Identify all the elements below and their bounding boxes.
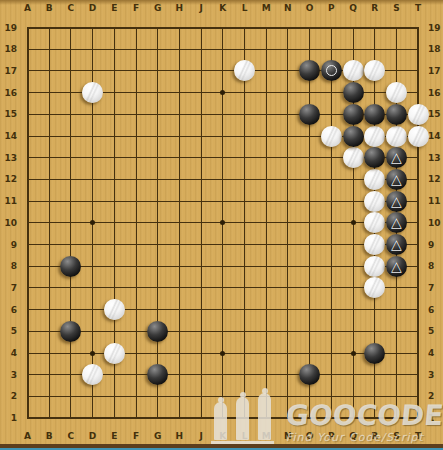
row-label: 7	[428, 282, 443, 294]
col-label: N	[280, 2, 296, 14]
row-label: 14	[2, 130, 17, 142]
row-label: 18	[2, 43, 17, 55]
col-label: H	[171, 430, 187, 442]
star-point	[220, 90, 225, 95]
white-stone-E4	[104, 343, 125, 364]
col-label: D	[85, 2, 101, 14]
black-stone-S8: △	[386, 256, 407, 277]
black-stone-S9: △	[386, 234, 407, 255]
row-label: 9	[2, 239, 17, 251]
col-label: M	[258, 430, 274, 442]
row-label: 17	[2, 65, 17, 77]
col-label: F	[128, 430, 144, 442]
grid-hline	[27, 331, 420, 332]
col-label: L	[237, 430, 253, 442]
white-stone-R9	[364, 234, 385, 255]
triangle-marker-icon: △	[391, 147, 402, 168]
row-label: 18	[428, 43, 443, 55]
col-label: Q	[345, 2, 361, 14]
col-label: K	[215, 430, 231, 442]
row-label: 3	[2, 369, 17, 381]
row-label: 8	[428, 260, 443, 272]
row-label: 13	[428, 152, 443, 164]
row-label: 17	[428, 65, 443, 77]
col-label: O	[302, 430, 318, 442]
white-stone-Q17	[343, 60, 364, 81]
black-stone-S12: △	[386, 169, 407, 190]
col-label: S	[388, 2, 404, 14]
row-label: 16	[428, 87, 443, 99]
triangle-marker-icon: △	[391, 256, 402, 277]
circle-marker-icon	[326, 65, 337, 76]
black-stone-G3	[147, 364, 168, 385]
star-point	[351, 351, 356, 356]
col-label: A	[20, 430, 36, 442]
row-label: 16	[2, 87, 17, 99]
row-label: 11	[2, 195, 17, 207]
col-label: N	[280, 430, 296, 442]
row-label: 9	[428, 239, 443, 251]
grid-hline	[27, 266, 420, 267]
col-label: T	[410, 2, 426, 14]
row-label: 12	[428, 173, 443, 185]
col-label: D	[85, 430, 101, 442]
col-label: B	[41, 430, 57, 442]
col-label: L	[237, 2, 253, 14]
col-label: K	[215, 2, 231, 14]
triangle-marker-icon: △	[391, 234, 402, 255]
black-stone-C5	[60, 321, 81, 342]
row-label: 12	[2, 173, 17, 185]
black-stone-Q14	[343, 126, 364, 147]
white-stone-S16	[386, 82, 407, 103]
white-stone-S14	[386, 126, 407, 147]
white-stone-R12	[364, 169, 385, 190]
row-label: 19	[2, 22, 17, 34]
black-stone-S11: △	[386, 191, 407, 212]
row-label: 4	[428, 347, 443, 359]
col-label: C	[63, 2, 79, 14]
col-label: B	[41, 2, 57, 14]
star-point	[90, 220, 95, 225]
row-label: 4	[2, 347, 17, 359]
grid-hline	[27, 396, 420, 397]
black-stone-Q15	[343, 104, 364, 125]
white-stone-R10	[364, 212, 385, 233]
white-stone-P14	[321, 126, 342, 147]
row-label: 6	[2, 304, 17, 316]
col-label: Q	[345, 430, 361, 442]
row-label: 1	[428, 412, 443, 424]
black-stone-S13: △	[386, 147, 407, 168]
row-label: 15	[428, 108, 443, 120]
col-label: J	[193, 430, 209, 442]
col-label: O	[302, 2, 318, 14]
row-label: 6	[428, 304, 443, 316]
black-stone-C8	[60, 256, 81, 277]
row-label: 13	[2, 152, 17, 164]
grid-vline	[244, 27, 245, 420]
star-point	[220, 220, 225, 225]
col-label: E	[106, 430, 122, 442]
black-stone-O17	[299, 60, 320, 81]
row-label: 2	[428, 390, 443, 402]
star-point	[351, 220, 356, 225]
black-stone-R4	[364, 343, 385, 364]
grid-hline	[27, 417, 420, 419]
grid-hline	[27, 309, 420, 310]
row-label: 14	[428, 130, 443, 142]
row-label: 15	[2, 108, 17, 120]
grid-hline	[27, 244, 420, 245]
star-point	[90, 351, 95, 356]
col-label: S	[388, 430, 404, 442]
col-label: C	[63, 430, 79, 442]
grid-vline	[309, 27, 310, 420]
white-stone-R14	[364, 126, 385, 147]
grid-hline	[27, 287, 420, 288]
white-stone-R17	[364, 60, 385, 81]
triangle-marker-icon: △	[391, 212, 402, 233]
col-label: T	[410, 430, 426, 442]
col-label: M	[258, 2, 274, 14]
white-stone-L17	[234, 60, 255, 81]
black-stone-R13	[364, 147, 385, 168]
row-label: 11	[428, 195, 443, 207]
triangle-marker-icon: △	[391, 169, 402, 190]
white-stone-R7	[364, 277, 385, 298]
triangle-marker-icon: △	[391, 191, 402, 212]
black-stone-G5	[147, 321, 168, 342]
black-stone-R15	[364, 104, 385, 125]
white-stone-D3	[82, 364, 103, 385]
white-stone-D16	[82, 82, 103, 103]
black-stone-P17	[321, 60, 342, 81]
grid-vline	[417, 27, 419, 420]
go-board-app: AABBCCDDEEFFGGHHJJKKLLMMNNOOPPQQRRSSTT19…	[0, 0, 443, 450]
col-label: H	[171, 2, 187, 14]
row-label: 2	[2, 390, 17, 402]
row-label: 5	[428, 325, 443, 337]
star-point	[220, 351, 225, 356]
white-stone-T14	[408, 126, 429, 147]
black-stone-S15	[386, 104, 407, 125]
row-label: 10	[428, 217, 443, 229]
col-label: E	[106, 2, 122, 14]
col-label: A	[20, 2, 36, 14]
row-label: 7	[2, 282, 17, 294]
white-stone-T15	[408, 104, 429, 125]
white-stone-Q13	[343, 147, 364, 168]
white-stone-E6	[104, 299, 125, 320]
black-stone-O3	[299, 364, 320, 385]
col-label: G	[150, 430, 166, 442]
row-label: 1	[2, 412, 17, 424]
grid-vline	[287, 27, 288, 420]
grid-vline	[266, 27, 267, 420]
black-stone-S10: △	[386, 212, 407, 233]
col-label: P	[323, 430, 339, 442]
row-label: 8	[2, 260, 17, 272]
col-label: J	[193, 2, 209, 14]
col-label: F	[128, 2, 144, 14]
row-label: 19	[428, 22, 443, 34]
row-label: 3	[428, 369, 443, 381]
white-stone-R11	[364, 191, 385, 212]
col-label: R	[367, 2, 383, 14]
row-label: 5	[2, 325, 17, 337]
grid-vline	[331, 27, 332, 420]
col-label: G	[150, 2, 166, 14]
row-label: 10	[2, 217, 17, 229]
black-stone-Q16	[343, 82, 364, 103]
col-label: R	[367, 430, 383, 442]
white-stone-R8	[364, 256, 385, 277]
black-stone-O15	[299, 104, 320, 125]
col-label: P	[323, 2, 339, 14]
